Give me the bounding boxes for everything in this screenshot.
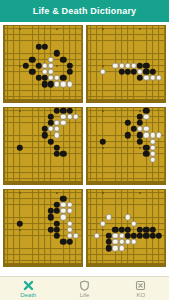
white-stone [60, 120, 66, 126]
go-board-problem-5[interactable] [3, 189, 83, 267]
ko-box-icon [135, 280, 146, 291]
star-point [56, 192, 58, 194]
white-stone [66, 208, 72, 214]
black-stone [29, 56, 35, 62]
white-stone [155, 75, 161, 81]
black-stone [54, 233, 60, 239]
star-point [102, 192, 104, 194]
shield-icon [79, 280, 90, 291]
white-stone [66, 81, 72, 87]
tab-death[interactable]: Death [0, 277, 56, 300]
black-stone [17, 220, 23, 226]
white-stone [124, 214, 130, 220]
tab-death-label: Death [20, 292, 36, 298]
white-stone [100, 69, 106, 75]
star-point [139, 28, 141, 30]
white-stone [60, 214, 66, 220]
go-board-problem-6[interactable] [86, 189, 166, 267]
black-stone [29, 69, 35, 75]
star-point [102, 229, 104, 231]
header: Life & Death Dictionary [0, 0, 169, 22]
black-stone [41, 44, 47, 50]
star-point [102, 147, 104, 149]
white-stone [143, 113, 149, 119]
star-point [139, 192, 141, 194]
go-board-problem-1[interactable] [3, 25, 83, 103]
star-point [102, 28, 104, 30]
star-point [19, 192, 21, 194]
star-point [102, 110, 104, 112]
tab-life[interactable]: Life [56, 277, 112, 300]
white-stone [54, 132, 60, 138]
black-stone [54, 50, 60, 56]
white-stone [137, 69, 143, 75]
star-point [19, 65, 21, 67]
star-point [139, 110, 141, 112]
white-stone [93, 233, 99, 239]
black-stone [23, 62, 29, 68]
black-stone [66, 69, 72, 75]
star-point [56, 28, 58, 30]
star-point [102, 65, 104, 67]
go-board-problem-4[interactable] [86, 107, 166, 185]
black-stone [48, 138, 54, 144]
white-stone [131, 62, 137, 68]
black-stone [137, 138, 143, 144]
problem-grid [0, 22, 169, 276]
black-stone [124, 132, 130, 138]
black-stone [48, 214, 54, 220]
black-stone [17, 144, 23, 150]
black-stone [155, 233, 161, 239]
white-stone [131, 239, 137, 245]
go-board-problem-2[interactable] [86, 25, 166, 103]
white-stone [118, 245, 124, 251]
white-stone [131, 220, 137, 226]
black-stone [41, 132, 47, 138]
skull-crossbones-icon [23, 280, 34, 291]
star-point [19, 28, 21, 30]
black-stone [60, 56, 66, 62]
black-stone [124, 120, 130, 126]
star-point [19, 229, 21, 231]
tab-ko-label: KO [136, 292, 145, 298]
black-stone [100, 138, 106, 144]
star-point [19, 110, 21, 112]
black-stone [66, 239, 72, 245]
white-stone [72, 113, 78, 119]
page-title: Life & Death Dictionary [33, 6, 137, 16]
black-stone [60, 151, 66, 157]
white-stone [106, 214, 112, 220]
white-stone [149, 157, 155, 163]
white-stone [155, 132, 161, 138]
tab-bar: Death Life KO [0, 276, 169, 300]
white-stone [100, 220, 106, 226]
star-point [139, 147, 141, 149]
star-point [56, 65, 58, 67]
white-stone [72, 233, 78, 239]
go-board-problem-3[interactable] [3, 107, 83, 185]
tab-life-label: Life [80, 292, 90, 298]
tab-ko[interactable]: KO [113, 277, 169, 300]
